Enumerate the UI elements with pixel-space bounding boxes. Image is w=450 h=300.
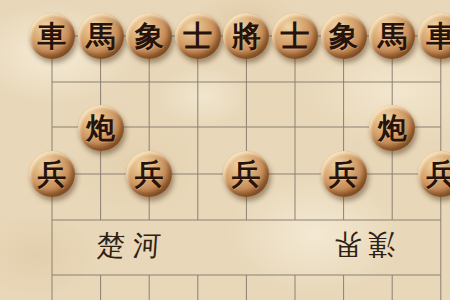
- piece-horse[interactable]: 馬: [369, 13, 415, 59]
- river-label-han-jie: 漢界: [329, 230, 395, 258]
- piece-elephant[interactable]: 象: [126, 13, 172, 59]
- piece-chariot[interactable]: 車: [29, 13, 75, 59]
- xiangqi-board: 車馬象士將士象馬車炮炮兵兵兵兵兵 楚河 漢界: [0, 0, 450, 300]
- piece-soldier[interactable]: 兵: [418, 151, 450, 197]
- piece-cannon[interactable]: 炮: [369, 105, 415, 151]
- piece-soldier[interactable]: 兵: [223, 151, 269, 197]
- piece-general[interactable]: 將: [223, 13, 269, 59]
- piece-cannon[interactable]: 炮: [78, 105, 124, 151]
- river-label-chu-he: 楚河: [96, 232, 170, 260]
- piece-advisor[interactable]: 士: [175, 13, 221, 59]
- piece-advisor[interactable]: 士: [272, 13, 318, 59]
- piece-elephant[interactable]: 象: [321, 13, 367, 59]
- piece-soldier[interactable]: 兵: [29, 151, 75, 197]
- piece-chariot[interactable]: 車: [418, 13, 450, 59]
- piece-soldier[interactable]: 兵: [321, 151, 367, 197]
- piece-horse[interactable]: 馬: [78, 13, 124, 59]
- piece-soldier[interactable]: 兵: [126, 151, 172, 197]
